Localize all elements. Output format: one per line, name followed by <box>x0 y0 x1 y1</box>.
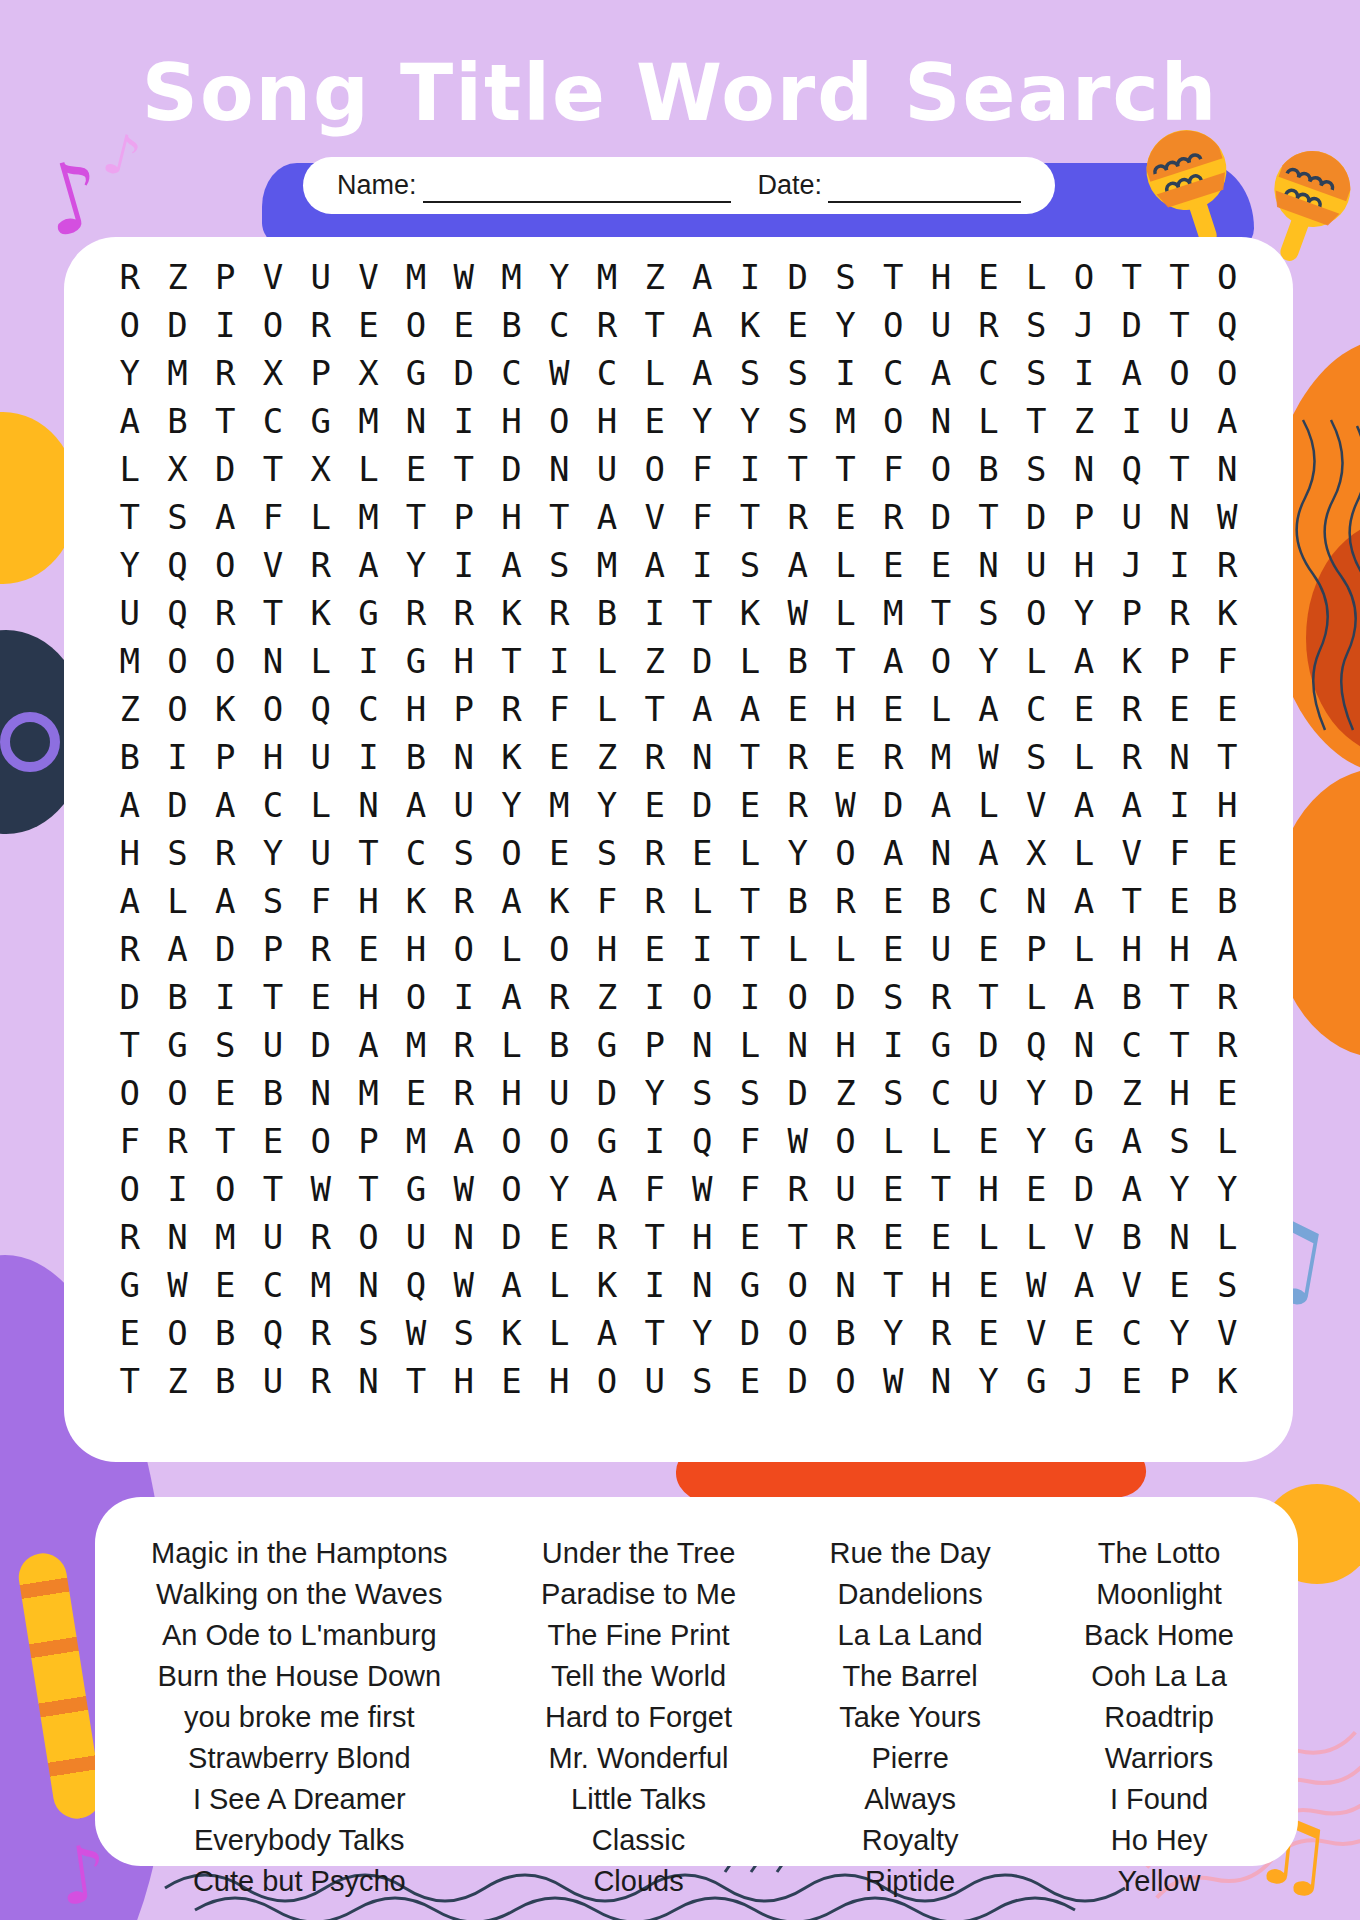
word-search-grid: RZPVUVMWMYMZAIDSTHELOTTOODIOREOEBCRTAKEY… <box>106 253 1251 1405</box>
grid-cell: I <box>1156 781 1204 829</box>
grid-cell: G <box>583 1021 631 1069</box>
grid-cell: H <box>488 1069 536 1117</box>
grid-cell: O <box>106 1069 154 1117</box>
grid-cell: B <box>488 301 536 349</box>
grid-cell: U <box>249 1357 297 1405</box>
grid-cell: T <box>822 637 870 685</box>
grid-cell: N <box>345 1357 393 1405</box>
grid-cell: O <box>535 397 583 445</box>
grid-cell: P <box>1108 589 1156 637</box>
grid-cell: L <box>965 1213 1013 1261</box>
word-list-item: The Lotto <box>1084 1533 1234 1574</box>
grid-cell: S <box>154 493 202 541</box>
grid-cell: D <box>678 781 726 829</box>
grid-cell: E <box>201 1261 249 1309</box>
grid-cell: B <box>774 877 822 925</box>
grid-cell: T <box>917 1165 965 1213</box>
grid-cell: I <box>869 1021 917 1069</box>
grid-cell: A <box>869 637 917 685</box>
grid-cell: C <box>1108 1021 1156 1069</box>
grid-cell: K <box>201 685 249 733</box>
grid-cell: E <box>822 493 870 541</box>
grid-cell: S <box>345 1309 393 1357</box>
grid-cell: W <box>822 781 870 829</box>
grid-cell: F <box>631 1165 679 1213</box>
grid-cell: B <box>1108 973 1156 1021</box>
grid-cell: T <box>1108 253 1156 301</box>
grid-cell: R <box>1108 685 1156 733</box>
grid-cell: C <box>583 349 631 397</box>
word-list-item: you broke me first <box>151 1697 448 1738</box>
grid-cell: T <box>726 733 774 781</box>
grid-cell: L <box>1203 1117 1251 1165</box>
grid-cell: F <box>869 445 917 493</box>
grid-cell: T <box>249 589 297 637</box>
grid-cell: Z <box>1108 1069 1156 1117</box>
grid-cell: E <box>965 925 1013 973</box>
grid-cell: Y <box>1012 1117 1060 1165</box>
word-list-item: An Ode to L'manburg <box>151 1615 448 1656</box>
grid-cell: G <box>392 637 440 685</box>
grid-cell: I <box>822 349 870 397</box>
grid-cell: P <box>249 925 297 973</box>
grid-cell: A <box>440 1117 488 1165</box>
grid-cell: E <box>249 1117 297 1165</box>
grid-cell: D <box>488 1213 536 1261</box>
grid-cell: T <box>631 301 679 349</box>
grid-cell: O <box>822 1357 870 1405</box>
grid-cell: T <box>106 493 154 541</box>
grid-cell: M <box>154 349 202 397</box>
word-list-item: Cute but Psycho <box>151 1861 448 1902</box>
grid-cell: A <box>106 877 154 925</box>
grid-cell: L <box>535 1261 583 1309</box>
word-list-item: Take Yours <box>829 1697 990 1738</box>
grid-cell: B <box>822 1309 870 1357</box>
grid-cell: Y <box>1203 1165 1251 1213</box>
grid-cell: S <box>1203 1261 1251 1309</box>
grid-cell: R <box>822 877 870 925</box>
grid-cell: N <box>1060 1021 1108 1069</box>
word-list-item: The Fine Print <box>541 1615 736 1656</box>
grid-cell: N <box>1156 493 1204 541</box>
grid-cell: O <box>392 973 440 1021</box>
grid-cell: C <box>249 781 297 829</box>
grid-cell: C <box>249 397 297 445</box>
grid-cell: D <box>297 1021 345 1069</box>
grid-cell: P <box>631 1021 679 1069</box>
grid-cell: V <box>1108 829 1156 877</box>
grid-cell: T <box>392 1357 440 1405</box>
grid-cell: V <box>249 253 297 301</box>
grid-cell: O <box>869 397 917 445</box>
grid-cell: U <box>822 1165 870 1213</box>
grid-cell: O <box>154 637 202 685</box>
grid-cell: O <box>201 637 249 685</box>
grid-cell: C <box>869 349 917 397</box>
name-label: Name: <box>337 170 417 201</box>
grid-cell: L <box>154 877 202 925</box>
grid-cell: O <box>1203 349 1251 397</box>
grid-cell: R <box>297 541 345 589</box>
grid-cell: A <box>678 349 726 397</box>
grid-cell: T <box>1012 397 1060 445</box>
word-list-item: Everybody Talks <box>151 1820 448 1861</box>
grid-cell: K <box>535 877 583 925</box>
grid-cell: R <box>488 685 536 733</box>
grid-cell: I <box>631 1117 679 1165</box>
grid-cell: R <box>1203 1021 1251 1069</box>
grid-cell: T <box>345 829 393 877</box>
grid-cell: J <box>1060 1357 1108 1405</box>
grid-cell: F <box>297 877 345 925</box>
grid-cell: Q <box>392 1261 440 1309</box>
grid-cell: Y <box>583 781 631 829</box>
grid-cell: R <box>583 1213 631 1261</box>
grid-cell: U <box>917 925 965 973</box>
grid-cell: O <box>822 829 870 877</box>
grid-cell: S <box>726 349 774 397</box>
grid-cell: H <box>106 829 154 877</box>
grid-cell: R <box>297 1357 345 1405</box>
grid-cell: H <box>440 1357 488 1405</box>
grid-cell: A <box>345 541 393 589</box>
grid-cell: N <box>249 637 297 685</box>
grid-cell: A <box>917 781 965 829</box>
grid-cell: F <box>726 1165 774 1213</box>
grid-cell: T <box>488 637 536 685</box>
grid-cell: P <box>201 253 249 301</box>
grid-cell: H <box>392 925 440 973</box>
grid-cell: Q <box>154 541 202 589</box>
grid-cell: L <box>1203 1213 1251 1261</box>
grid-cell: A <box>917 349 965 397</box>
grid-cell: I <box>631 1261 679 1309</box>
grid-cell: Y <box>488 781 536 829</box>
grid-cell: Y <box>1156 1309 1204 1357</box>
grid-cell: H <box>583 925 631 973</box>
grid-cell: D <box>1108 301 1156 349</box>
grid-cell: S <box>249 877 297 925</box>
grid-cell: A <box>1108 1117 1156 1165</box>
grid-cell: A <box>488 541 536 589</box>
grid-cell: A <box>1060 637 1108 685</box>
grid-cell: E <box>1203 685 1251 733</box>
grid-cell: O <box>154 685 202 733</box>
grid-cell: M <box>869 589 917 637</box>
grid-cell: L <box>822 925 870 973</box>
date-input-line[interactable] <box>828 169 1021 203</box>
grid-cell: A <box>1108 349 1156 397</box>
grid-cell: T <box>1156 445 1204 493</box>
grid-cell: M <box>822 397 870 445</box>
grid-cell: S <box>1156 1117 1204 1165</box>
grid-cell: R <box>869 733 917 781</box>
grid-cell: H <box>678 1213 726 1261</box>
grid-cell: R <box>1203 541 1251 589</box>
grid-cell: E <box>917 1213 965 1261</box>
grid-cell: B <box>583 589 631 637</box>
grid-cell: F <box>535 685 583 733</box>
grid-cell: W <box>535 349 583 397</box>
grid-cell: S <box>535 541 583 589</box>
grid-cell: S <box>154 829 202 877</box>
grid-cell: L <box>106 445 154 493</box>
grid-cell: E <box>297 973 345 1021</box>
grid-cell: N <box>822 1261 870 1309</box>
grid-cell: U <box>297 253 345 301</box>
grid-cell: F <box>249 493 297 541</box>
grid-cell: O <box>1060 253 1108 301</box>
grid-cell: P <box>201 733 249 781</box>
grid-cell: G <box>106 1261 154 1309</box>
grid-cell: Y <box>1012 1069 1060 1117</box>
grid-cell: A <box>106 781 154 829</box>
grid-cell: G <box>392 349 440 397</box>
grid-cell: D <box>774 1069 822 1117</box>
grid-cell: F <box>678 493 726 541</box>
grid-cell: H <box>345 877 393 925</box>
grid-cell: A <box>678 301 726 349</box>
page-title: Song Title Word Search <box>0 48 1360 138</box>
grid-cell: R <box>917 1309 965 1357</box>
grid-cell: O <box>1156 349 1204 397</box>
grid-cell: T <box>1156 301 1204 349</box>
word-list-item: Royalty <box>829 1820 990 1861</box>
grid-cell: L <box>1012 973 1060 1021</box>
grid-cell: L <box>583 685 631 733</box>
grid-cell: R <box>535 589 583 637</box>
grid-cell: H <box>249 733 297 781</box>
grid-cell: S <box>1012 349 1060 397</box>
grid-cell: I <box>440 541 488 589</box>
grid-cell: B <box>201 1309 249 1357</box>
grid-cell: M <box>583 253 631 301</box>
grid-cell: V <box>249 541 297 589</box>
grid-cell: Z <box>583 733 631 781</box>
grid-cell: K <box>488 733 536 781</box>
grid-cell: K <box>392 877 440 925</box>
grid-cell: A <box>488 973 536 1021</box>
grid-cell: T <box>631 685 679 733</box>
grid-cell: L <box>1060 925 1108 973</box>
grid-cell: D <box>488 445 536 493</box>
grid-cell: W <box>678 1165 726 1213</box>
grid-cell: Z <box>106 685 154 733</box>
grid-cell: B <box>917 877 965 925</box>
grid-cell: N <box>1060 445 1108 493</box>
grid-cell: I <box>1060 349 1108 397</box>
grid-cell: I <box>1108 397 1156 445</box>
grid-cell: C <box>965 877 1013 925</box>
grid-cell: A <box>1203 925 1251 973</box>
grid-cell: S <box>583 829 631 877</box>
grid-cell: T <box>345 1165 393 1213</box>
grid-cell: O <box>1203 253 1251 301</box>
grid-cell: L <box>297 493 345 541</box>
grid-cell: E <box>678 829 726 877</box>
grid-cell: I <box>345 733 393 781</box>
grid-cell: T <box>1108 877 1156 925</box>
grid-cell: R <box>822 1213 870 1261</box>
grid-cell: H <box>440 637 488 685</box>
grid-cell: X <box>154 445 202 493</box>
grid-cell: E <box>869 877 917 925</box>
grid-cell: N <box>297 1069 345 1117</box>
grid-cell: D <box>106 973 154 1021</box>
grid-cell: A <box>154 925 202 973</box>
word-list-item: Warriors <box>1084 1738 1234 1779</box>
grid-cell: D <box>201 925 249 973</box>
grid-cell: R <box>154 1117 202 1165</box>
grid-cell: U <box>297 733 345 781</box>
word-list-item: Under the Tree <box>541 1533 736 1574</box>
grid-cell: N <box>535 445 583 493</box>
grid-cell: B <box>249 1069 297 1117</box>
grid-cell: D <box>917 493 965 541</box>
grid-cell: S <box>822 253 870 301</box>
grid-cell: R <box>297 1213 345 1261</box>
grid-cell: T <box>249 445 297 493</box>
grid-cell: X <box>345 349 393 397</box>
grid-cell: U <box>392 1213 440 1261</box>
grid-cell: A <box>345 1021 393 1069</box>
grid-cell: I <box>201 973 249 1021</box>
grid-cell: T <box>726 925 774 973</box>
grid-cell: B <box>774 637 822 685</box>
grid-cell: A <box>678 685 726 733</box>
grid-cell: I <box>1156 541 1204 589</box>
grid-cell: D <box>440 349 488 397</box>
grid-cell: L <box>726 1021 774 1069</box>
grid-cell: C <box>1108 1309 1156 1357</box>
grid-cell: I <box>726 445 774 493</box>
grid-cell: L <box>965 781 1013 829</box>
word-list-item: Always <box>829 1779 990 1820</box>
grid-cell: R <box>583 301 631 349</box>
grid-cell: O <box>869 301 917 349</box>
grid-cell: O <box>631 445 679 493</box>
grid-cell: F <box>726 1117 774 1165</box>
grid-cell: Y <box>631 1069 679 1117</box>
word-list-item: Little Talks <box>541 1779 736 1820</box>
grid-cell: T <box>917 589 965 637</box>
grid-cell: E <box>106 1309 154 1357</box>
wavy-lines-right <box>1293 420 1360 730</box>
grid-cell: B <box>201 1357 249 1405</box>
grid-cell: F <box>1156 829 1204 877</box>
grid-cell: U <box>1012 541 1060 589</box>
grid-cell: C <box>488 349 536 397</box>
grid-cell: V <box>345 253 393 301</box>
grid-cell: S <box>678 1069 726 1117</box>
grid-cell: H <box>535 1357 583 1405</box>
grid-cell: S <box>774 397 822 445</box>
grid-cell: D <box>726 1309 774 1357</box>
grid-cell: F <box>106 1117 154 1165</box>
grid-cell: E <box>1156 1261 1204 1309</box>
grid-cell: N <box>345 781 393 829</box>
grid-cell: Y <box>106 541 154 589</box>
word-list-item: Riptide <box>829 1861 990 1902</box>
grid-cell: P <box>1012 925 1060 973</box>
grid-cell: S <box>726 541 774 589</box>
grid-cell: T <box>1203 733 1251 781</box>
word-list-column: The LottoMoonlightBack HomeOoh La LaRoad… <box>1084 1533 1234 1902</box>
name-input-line[interactable] <box>423 169 732 203</box>
word-list-item: Hard to Forget <box>541 1697 736 1738</box>
grid-cell: T <box>869 1261 917 1309</box>
grid-cell: N <box>440 733 488 781</box>
grid-cell: L <box>345 445 393 493</box>
grid-cell: R <box>774 781 822 829</box>
grid-cell: Z <box>631 637 679 685</box>
grid-cell: H <box>822 1021 870 1069</box>
word-list-item: I See A Dreamer <box>151 1779 448 1820</box>
grid-cell: D <box>822 973 870 1021</box>
grid-cell: B <box>535 1021 583 1069</box>
grid-cell: E <box>1060 1309 1108 1357</box>
grid-cell: O <box>774 1309 822 1357</box>
grid-cell: D <box>1060 1165 1108 1213</box>
word-list-item: Burn the House Down <box>151 1656 448 1697</box>
grid-cell: Z <box>154 1357 202 1405</box>
grid-cell: R <box>201 349 249 397</box>
grid-cell: D <box>774 253 822 301</box>
grid-cell: L <box>822 589 870 637</box>
grid-cell: O <box>535 1117 583 1165</box>
word-list-item: Tell the World <box>541 1656 736 1697</box>
grid-cell: V <box>631 493 679 541</box>
grid-cell: A <box>1060 781 1108 829</box>
grid-cell: X <box>297 445 345 493</box>
grid-cell: E <box>1012 1165 1060 1213</box>
grid-cell: T <box>965 493 1013 541</box>
word-list-item: Pierre <box>829 1738 990 1779</box>
grid-cell: E <box>345 301 393 349</box>
grid-cell: E <box>1060 685 1108 733</box>
grid-cell: E <box>917 541 965 589</box>
grid-cell: U <box>1108 493 1156 541</box>
grid-cell: A <box>774 541 822 589</box>
word-list-item: I Found <box>1084 1779 1234 1820</box>
grid-cell: U <box>583 445 631 493</box>
grid-cell: D <box>154 781 202 829</box>
grid-cell: U <box>249 1021 297 1069</box>
grid-cell: Q <box>249 1309 297 1357</box>
grid-cell: I <box>154 1165 202 1213</box>
grid-cell: E <box>822 733 870 781</box>
grid-cell: E <box>965 1309 1013 1357</box>
grid-cell: I <box>440 397 488 445</box>
grid-cell: H <box>345 973 393 1021</box>
grid-cell: E <box>869 541 917 589</box>
grid-cell: L <box>488 925 536 973</box>
grid-cell: L <box>726 829 774 877</box>
grid-cell: X <box>1012 829 1060 877</box>
grid-cell: N <box>440 1213 488 1261</box>
grid-cell: A <box>965 829 1013 877</box>
grid-cell: E <box>965 253 1013 301</box>
grid-cell: R <box>869 493 917 541</box>
grid-cell: D <box>965 1021 1013 1069</box>
word-list-panel: Magic in the HamptonsWalking on the Wave… <box>95 1497 1298 1866</box>
grid-cell: L <box>1012 1213 1060 1261</box>
grid-cell: A <box>583 493 631 541</box>
grid-cell: G <box>345 589 393 637</box>
grid-cell: W <box>1203 493 1251 541</box>
grid-cell: T <box>1156 973 1204 1021</box>
